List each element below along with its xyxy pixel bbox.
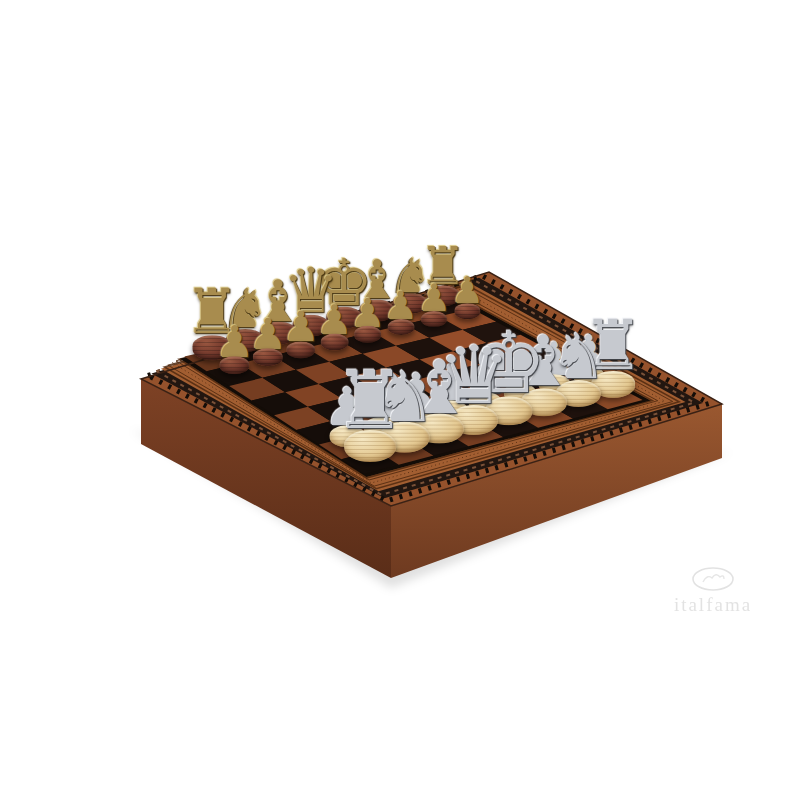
piece-brass-pawn-c7: ♟	[282, 308, 319, 359]
piece-brass-pawn-h7: ♟	[451, 274, 484, 319]
dark-wood-base	[287, 341, 316, 359]
piece-brass-pawn-g7: ♟	[417, 281, 451, 327]
piece-brass-pawn-b7: ♟	[249, 315, 287, 367]
dark-wood-base	[387, 319, 414, 335]
piece-brass-pawn-e7: ♟	[350, 295, 386, 343]
light-wood-base	[344, 431, 396, 463]
brand-crest-icon	[691, 566, 735, 592]
piece-brass-pawn-d7: ♟	[316, 301, 353, 350]
piece-brass-pawn-f7: ♟	[383, 288, 418, 335]
product-photo-stage: ♜♞♟♝♟♚♟♛♟♝♟♞♟♜♟♟♟♟♜♟♞♟♝♟♚♟♛♟♝♟♞♜ italfam…	[0, 0, 800, 800]
dark-wood-base	[320, 334, 348, 351]
dark-wood-base	[253, 349, 282, 367]
dark-wood-base	[421, 311, 447, 327]
piece-brass-pawn-a7: ♟	[215, 322, 254, 375]
piece-silver-rook-a1: ♜	[334, 364, 406, 462]
brand-name: italfama	[648, 594, 778, 616]
dark-wood-base	[220, 356, 250, 374]
silver-rook-glyph: ♜	[334, 364, 406, 438]
watermark-logo: italfama	[648, 566, 778, 616]
dark-wood-base	[354, 326, 381, 343]
pieces-layer: ♜♞♟♝♟♚♟♛♟♝♟♞♟♜♟♟♟♟♜♟♞♟♝♟♚♟♛♟♝♟♞♜	[0, 0, 800, 800]
